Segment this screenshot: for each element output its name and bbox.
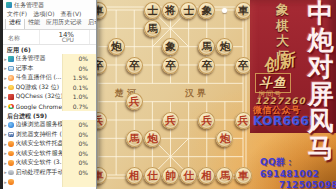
piece-red-兵-c5[interactable]: 兵: [126, 93, 143, 110]
piece-black-馬-g2[interactable]: 馬: [198, 38, 215, 55]
qqgame-icon: [8, 85, 14, 91]
piece-black-卒-e3[interactable]: 卒: [162, 57, 179, 74]
piece-black-象-e2[interactable]: 象: [162, 38, 179, 55]
piece-black-炮-h2[interactable]: 炮: [216, 38, 233, 55]
process-name: 浏览器支持组件 (...: [16, 130, 63, 139]
process-cpu-value: [62, 177, 96, 187]
process-list: 应用 (6)▸任务管理器0%▸记事本0%▸斗鱼直播伴侣 (...1.5%▸QQ游…: [3, 45, 96, 187]
piece-red-車-i9[interactable]: 車: [235, 167, 252, 184]
process-name: 边缘浏览器服务模...: [16, 120, 63, 129]
process-name: 火绒安全软件托盘...: [16, 139, 63, 148]
menu-item-1[interactable]: 选项(O): [33, 10, 54, 19]
piece-black-将-e0[interactable]: 将: [162, 2, 179, 19]
piece-black-卒-g3[interactable]: 卒: [198, 57, 215, 74]
process-name: QQ游戏 (32 位): [16, 83, 63, 92]
piece-black-卒-c3[interactable]: 卒: [126, 57, 143, 74]
huorong-icon: [8, 141, 14, 147]
process-name: 记事本: [16, 64, 63, 73]
process-name: 火绒安全软件 (3...: [16, 158, 63, 167]
piece-red-馬-h9[interactable]: 馬: [216, 167, 233, 184]
process-cpu-value: 1.5%: [62, 73, 96, 83]
process-row[interactable]: ▸QQChess (32位)1.0%: [3, 92, 96, 102]
process-cpu-value: 0%: [62, 54, 96, 64]
tab-进程[interactable]: 进程: [5, 19, 25, 29]
process-cpu-value: 0%: [62, 139, 96, 149]
stream-banner: 象棋大师 创新 斗鱼 房间号 1227260 微信公众号 KOR666R 中炮对…: [250, 0, 336, 189]
piece-red-馬-c7[interactable]: 馬: [126, 130, 143, 147]
menu-item-2[interactable]: 查看(V): [61, 10, 82, 19]
notepad-icon: [8, 66, 14, 72]
process-row[interactable]: ▸: [3, 177, 96, 187]
huorong-icon: [8, 151, 14, 157]
process-cpu-value: 0.1%: [62, 83, 96, 93]
w-icon: [8, 132, 14, 138]
piece-black-馬-d1[interactable]: 馬: [144, 20, 161, 37]
task-manager-title: 任务管理器: [14, 1, 44, 10]
process-group-header-0[interactable]: 应用 (6): [3, 45, 96, 54]
brand-char-1: 棋: [275, 18, 290, 34]
piece-red-炮-d7[interactable]: 炮: [144, 130, 161, 147]
piece-red-相-c9[interactable]: 相: [126, 167, 143, 184]
menu-item-0[interactable]: 文件(F): [7, 10, 27, 19]
piece-red-仕-d9[interactable]: 仕: [144, 167, 161, 184]
piece-red-兵-g6[interactable]: 兵: [198, 112, 215, 129]
process-cpu-value: 0%: [62, 158, 96, 168]
tab-启动[interactable]: 启动: [85, 19, 96, 29]
tab-应用历史记录[interactable]: 应用历史记录: [43, 19, 85, 29]
chrome-icon: [8, 104, 14, 110]
title-char-0: 中: [305, 0, 336, 27]
qq-group-line2: 712505098: [279, 180, 336, 189]
title-char-2: 对: [305, 54, 336, 81]
process-row[interactable]: ▸QQ游戏 (32 位)0.1%: [3, 83, 96, 93]
qq-group-line1: QQ群：691481002: [260, 156, 336, 179]
process-row[interactable]: ▸火绒安全软件服务...0%: [3, 149, 96, 159]
piece-red-兵-e6[interactable]: 兵: [162, 112, 179, 129]
process-group-header-1[interactable]: 后台进程 (59): [3, 111, 96, 120]
piece-red-兵-i6[interactable]: 兵: [235, 112, 252, 129]
task-manager-menubar: 文件(F)选项(O)查看(V): [3, 10, 96, 19]
piece-black-車-i0[interactable]: 車: [235, 2, 252, 19]
process-cpu-value: 0%: [62, 64, 96, 74]
process-row[interactable]: ▸任务管理器0%: [3, 54, 96, 64]
piece-red-帥-e9[interactable]: 帥: [162, 167, 179, 184]
process-cpu-value: 0%: [62, 168, 96, 178]
tab-性能[interactable]: 性能: [25, 19, 43, 29]
process-name: QQChess (32位): [16, 92, 63, 101]
banner-title-vertical: 中炮对屏风马: [305, 0, 336, 162]
task-manager-column-header[interactable]: 名称 14% CPU: [3, 30, 96, 45]
task-manager-window[interactable]: 任务管理器 文件(F)选项(O)查看(V) 进程性能应用历史记录启动用户详细信息…: [0, 0, 97, 189]
gear-icon: [8, 170, 14, 176]
piece-black-士-d0[interactable]: 士: [144, 2, 161, 19]
task-manager-tabs: 进程性能应用历史记录启动用户详细信息: [3, 19, 96, 30]
piece-black-炮-b2[interactable]: 炮: [108, 38, 125, 55]
process-row[interactable]: ▸记事本0%: [3, 64, 96, 74]
piece-black-卒-i3[interactable]: 卒: [235, 57, 252, 74]
title-char-1: 炮: [305, 27, 336, 54]
process-row[interactable]: ▸启动处理程序手动...0%: [3, 168, 96, 178]
process-row[interactable]: ▸Google Chrome0.7%: [3, 102, 96, 112]
piece-layer: 車士将士象車馬炮象馬炮卒卒卒卒卒兵兵兵兵兵馬炮炮車相仕帥仕相馬車: [90, 1, 252, 184]
process-name: 火绒安全软件服务...: [16, 149, 63, 158]
brand-char-0: 象: [275, 2, 290, 18]
column-cpu-header[interactable]: CPU: [62, 36, 74, 43]
process-row[interactable]: ▸火绒安全软件托盘...0%: [3, 139, 96, 149]
process-row[interactable]: ▸浏览器支持组件 (...0%: [3, 130, 96, 140]
piece-red-仕-f9[interactable]: 仕: [180, 167, 197, 184]
process-row[interactable]: ▸边缘浏览器服务模...0%: [3, 120, 96, 130]
process-name: 任务管理器: [16, 54, 63, 63]
process-name: 斗鱼直播伴侣 (...: [16, 73, 63, 82]
process-cpu-value: 1.0%: [62, 92, 96, 102]
process-row[interactable]: ▸火绒安全软件 (3...0%: [3, 158, 96, 168]
process-cpu-value: 0%: [62, 120, 96, 130]
piece-black-士-f0[interactable]: 士: [180, 2, 197, 19]
piece-black-象-g0[interactable]: 象: [198, 2, 215, 19]
process-cpu-value: 0.7%: [62, 102, 96, 112]
huorong-icon: [8, 160, 14, 166]
douyu-icon: [8, 75, 14, 81]
brand-char-2: 大: [275, 33, 290, 49]
last-move-marker: [222, 8, 227, 13]
column-name-header[interactable]: 名称: [8, 34, 20, 43]
process-row[interactable]: ▸斗鱼直播伴侣 (...1.5%: [3, 73, 96, 83]
piece-red-炮-h7[interactable]: 炮: [216, 130, 233, 147]
qq-group-numbers: QQ群：691481002 712505098: [260, 156, 336, 189]
qqchess-icon: [8, 94, 14, 100]
title-char-4: 风: [305, 108, 336, 135]
task-manager-titlebar[interactable]: 任务管理器: [3, 0, 96, 10]
taskmgr-icon: [8, 56, 14, 62]
screen: 楚河 汉界 車士将士象車馬炮象馬炮卒卒卒卒卒兵兵兵兵兵馬炮炮車相仕帥仕相馬車 象…: [0, 0, 336, 189]
process-name: Google Chrome: [16, 103, 63, 110]
title-char-3: 屏: [305, 81, 336, 108]
process-name: 启动处理程序手动...: [16, 168, 63, 177]
task-manager-icon: [6, 2, 12, 8]
process-cpu-value: 0%: [62, 149, 96, 159]
huorong-icon: [8, 179, 14, 185]
piece-red-相-g9[interactable]: 相: [198, 167, 215, 184]
ie-icon: [8, 122, 14, 128]
process-cpu-value: 0%: [62, 130, 96, 140]
